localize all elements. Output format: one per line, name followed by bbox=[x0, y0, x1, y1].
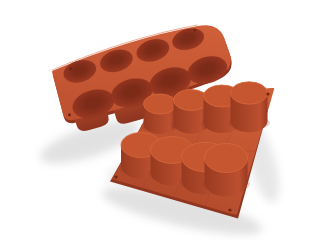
cylinder-top bbox=[144, 94, 177, 114]
product-photo bbox=[0, 0, 320, 240]
product-photo-stage bbox=[0, 0, 320, 240]
cylinder-top bbox=[174, 90, 209, 111]
cylinder-top bbox=[205, 144, 248, 173]
corner-hole bbox=[266, 92, 269, 95]
corner-hole bbox=[228, 208, 231, 211]
cylinder-top bbox=[231, 82, 268, 104]
corner-hole bbox=[114, 175, 117, 178]
